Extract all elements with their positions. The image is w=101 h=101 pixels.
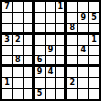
cell-r1c3[interactable] <box>24 2 34 12</box>
cell-r5c6[interactable] <box>56 46 66 56</box>
cell-r7c7[interactable] <box>67 67 77 77</box>
given-digit-r3c7[interactable]: 8 <box>67 24 77 34</box>
given-digit-r1c1[interactable]: 7 <box>2 2 12 12</box>
cell-r2c2[interactable] <box>13 13 23 23</box>
cell-r5c2[interactable] <box>13 46 23 56</box>
cell-r8c9[interactable] <box>89 78 99 88</box>
cell-r9c1[interactable] <box>2 89 12 99</box>
cell-r9c9[interactable] <box>89 89 99 99</box>
given-digit-r7c5[interactable]: 4 <box>46 67 56 77</box>
given-digit-r7c4[interactable]: 9 <box>35 67 45 77</box>
cell-r7c2[interactable] <box>13 67 23 77</box>
sudoku-board: 71958321948694125 <box>0 0 101 101</box>
cell-r1c8[interactable] <box>78 2 88 12</box>
given-digit-r6c2[interactable]: 8 <box>13 56 23 66</box>
given-digit-r4c1[interactable]: 3 <box>2 35 12 45</box>
given-digit-r2c8[interactable]: 9 <box>78 13 88 23</box>
cell-r9c5[interactable] <box>46 89 56 99</box>
given-digit-r4c9[interactable]: 1 <box>89 35 99 45</box>
cell-r3c5[interactable] <box>46 24 56 34</box>
cell-r1c4[interactable] <box>35 2 45 12</box>
given-digit-r5c8[interactable]: 4 <box>78 46 88 56</box>
cell-r7c9[interactable] <box>89 67 99 77</box>
cell-r3c9[interactable] <box>89 24 99 34</box>
cell-r5c9[interactable] <box>89 46 99 56</box>
given-digit-r5c5[interactable]: 9 <box>46 46 56 56</box>
cell-r7c8[interactable] <box>78 67 88 77</box>
cell-r9c2[interactable] <box>13 89 23 99</box>
cell-r7c1[interactable] <box>2 67 12 77</box>
cell-r9c6[interactable] <box>56 89 66 99</box>
cell-r1c2[interactable] <box>13 2 23 12</box>
cell-r7c6[interactable] <box>56 67 66 77</box>
cell-r6c8[interactable] <box>78 56 88 66</box>
cell-r8c6[interactable] <box>56 78 66 88</box>
given-digit-r8c7[interactable]: 2 <box>67 78 77 88</box>
cell-r3c8[interactable] <box>78 24 88 34</box>
cell-r6c6[interactable] <box>56 56 66 66</box>
cell-r5c4[interactable] <box>35 46 45 56</box>
cell-r4c3[interactable] <box>24 35 34 45</box>
given-digit-r2c9[interactable]: 5 <box>89 13 99 23</box>
given-digit-r8c1[interactable]: 1 <box>2 78 12 88</box>
cell-r1c9[interactable] <box>89 2 99 12</box>
cell-r6c5[interactable] <box>46 56 56 66</box>
cell-r4c8[interactable] <box>78 35 88 45</box>
cell-r6c3[interactable] <box>24 56 34 66</box>
given-digit-r9c4[interactable]: 5 <box>35 89 45 99</box>
cell-r8c3[interactable] <box>24 78 34 88</box>
cell-r8c8[interactable] <box>78 78 88 88</box>
cell-r5c1[interactable] <box>2 46 12 56</box>
cell-r3c1[interactable] <box>2 24 12 34</box>
cell-r8c5[interactable] <box>46 78 56 88</box>
cell-r4c6[interactable] <box>56 35 66 45</box>
cell-r6c7[interactable] <box>67 56 77 66</box>
cell-r4c7[interactable] <box>67 35 77 45</box>
cell-r2c7[interactable] <box>67 13 77 23</box>
cell-r9c3[interactable] <box>24 89 34 99</box>
cell-r5c3[interactable] <box>24 46 34 56</box>
cell-r4c4[interactable] <box>35 35 45 45</box>
cell-r9c7[interactable] <box>67 89 77 99</box>
cell-r2c3[interactable] <box>24 13 34 23</box>
cell-r8c4[interactable] <box>35 78 45 88</box>
given-digit-r6c4[interactable]: 6 <box>35 56 45 66</box>
cell-r9c8[interactable] <box>78 89 88 99</box>
cell-r6c9[interactable] <box>89 56 99 66</box>
cell-r1c5[interactable] <box>46 2 56 12</box>
sudoku-app: 71958321948694125 <box>0 0 101 101</box>
cell-r6c1[interactable] <box>2 56 12 66</box>
cell-r3c4[interactable] <box>35 24 45 34</box>
cell-r5c7[interactable] <box>67 46 77 56</box>
cell-r2c5[interactable] <box>46 13 56 23</box>
given-digit-r1c6[interactable]: 1 <box>56 2 66 12</box>
cell-r7c3[interactable] <box>24 67 34 77</box>
given-digit-r4c2[interactable]: 2 <box>13 35 23 45</box>
cell-r2c6[interactable] <box>56 13 66 23</box>
cell-r1c7[interactable] <box>67 2 77 12</box>
cell-r3c6[interactable] <box>56 24 66 34</box>
cell-r2c4[interactable] <box>35 13 45 23</box>
cell-r8c2[interactable] <box>13 78 23 88</box>
cell-r3c3[interactable] <box>24 24 34 34</box>
cell-r3c2[interactable] <box>13 24 23 34</box>
cell-r4c5[interactable] <box>46 35 56 45</box>
cell-r2c1[interactable] <box>2 13 12 23</box>
